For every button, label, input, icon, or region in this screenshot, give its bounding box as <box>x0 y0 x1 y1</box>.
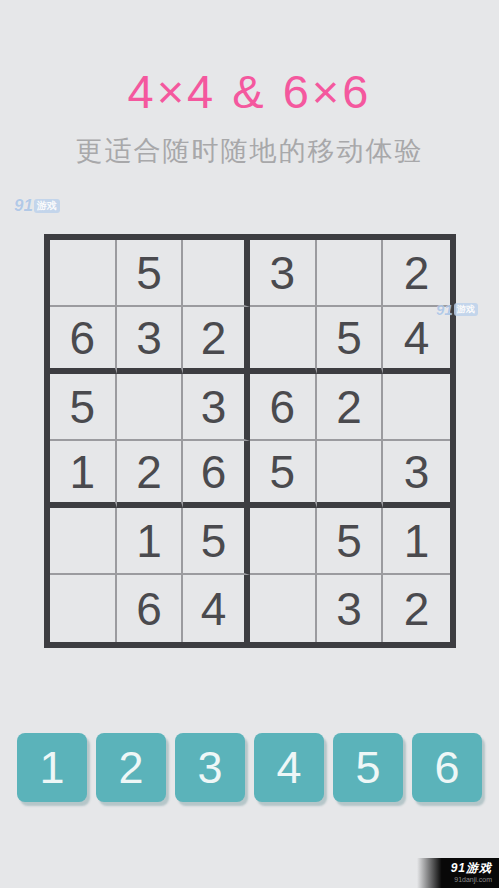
cell-r3c4[interactable]: 6 <box>250 374 317 441</box>
cell-r1c5[interactable] <box>317 240 384 307</box>
cell-r2c4[interactable] <box>250 307 317 374</box>
cell-r1c6[interactable]: 2 <box>383 240 450 307</box>
cell-r1c3[interactable] <box>183 240 250 307</box>
publisher-name: 91游戏 <box>451 862 492 875</box>
publisher-badge: 91游戏 91danji.com <box>417 858 499 888</box>
cell-r3c3[interactable]: 3 <box>183 374 250 441</box>
cell-r1c4[interactable]: 3 <box>250 240 317 307</box>
cell-r2c2[interactable]: 3 <box>117 307 184 374</box>
cell-r4c2[interactable]: 2 <box>117 441 184 508</box>
cell-r2c5[interactable]: 5 <box>317 307 384 374</box>
cell-r6c6[interactable]: 2 <box>383 575 450 642</box>
cell-r4c1[interactable]: 1 <box>50 441 117 508</box>
cell-r5c6[interactable]: 1 <box>383 508 450 575</box>
promo-title: 4×4 & 6×6 <box>0 64 499 120</box>
cell-r5c3[interactable]: 5 <box>183 508 250 575</box>
cell-r6c5[interactable]: 3 <box>317 575 384 642</box>
numpad-key-3[interactable]: 3 <box>175 733 245 802</box>
watermark-label: 游戏 <box>34 199 60 213</box>
cell-r3c2[interactable] <box>117 374 184 441</box>
cell-r3c6[interactable] <box>383 374 450 441</box>
cell-r4c3[interactable]: 6 <box>183 441 250 508</box>
cell-r1c1[interactable] <box>50 240 117 307</box>
cell-r3c5[interactable]: 2 <box>317 374 384 441</box>
watermark-logo: 91 <box>14 196 33 216</box>
watermark-grid-right: 91 游戏 <box>436 301 478 318</box>
numpad-key-1[interactable]: 1 <box>17 733 87 802</box>
cell-r4c6[interactable]: 3 <box>383 441 450 508</box>
cell-r6c1[interactable] <box>50 575 117 642</box>
promo-subtitle: 更适合随时随地的移动体验 <box>0 134 499 168</box>
cell-r6c2[interactable]: 6 <box>117 575 184 642</box>
cell-r6c4[interactable] <box>250 575 317 642</box>
number-pad: 123456 <box>0 733 499 802</box>
cell-r3c1[interactable]: 5 <box>50 374 117 441</box>
publisher-site: 91danji.com <box>454 875 492 884</box>
numpad-key-4[interactable]: 4 <box>254 733 324 802</box>
numpad-key-2[interactable]: 2 <box>96 733 166 802</box>
watermark-label: 游戏 <box>454 303 478 316</box>
cell-r1c2[interactable]: 5 <box>117 240 184 307</box>
numpad-key-5[interactable]: 5 <box>333 733 403 802</box>
cell-r4c5[interactable] <box>317 441 384 508</box>
cell-r2c1[interactable]: 6 <box>50 307 117 374</box>
cell-r4c4[interactable]: 5 <box>250 441 317 508</box>
cell-r5c1[interactable] <box>50 508 117 575</box>
watermark-top-left: 91 游戏 <box>14 196 60 216</box>
numpad-key-6[interactable]: 6 <box>412 733 482 802</box>
watermark-logo: 91 <box>436 301 453 318</box>
app-screen: 4×4 & 6×6 更适合随时随地的移动体验 91 游戏 53263254536… <box>0 0 499 888</box>
cell-r5c5[interactable]: 5 <box>317 508 384 575</box>
cell-r2c3[interactable]: 2 <box>183 307 250 374</box>
cell-r5c2[interactable]: 1 <box>117 508 184 575</box>
cell-r5c4[interactable] <box>250 508 317 575</box>
sudoku-grid: 5326325453621265315516432 <box>44 234 456 648</box>
cell-r6c3[interactable]: 4 <box>183 575 250 642</box>
